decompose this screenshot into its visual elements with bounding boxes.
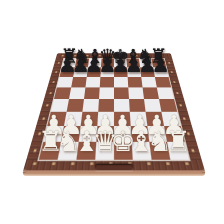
square-f1 [132, 142, 152, 160]
square-h4 [159, 99, 177, 112]
chessboard-3d [22, 53, 205, 173]
square-c7 [87, 67, 101, 77]
chess-set-photo: ♜♞♝♛♚♝♞♜♟♟♟♟♟♟♟♟♟♟♟♟♟♟♟♟♜♞♝♛♚♝♞♜ [0, 0, 224, 224]
square-b4 [67, 99, 84, 112]
square-f8 [126, 59, 140, 68]
chessboard [22, 53, 205, 173]
square-f7 [127, 67, 141, 77]
square-f2 [131, 126, 150, 142]
square-c5 [84, 87, 100, 99]
square-e6 [114, 77, 128, 87]
square-e7 [114, 67, 128, 77]
square-f6 [128, 77, 143, 87]
square-d7 [100, 67, 114, 77]
square-b7 [73, 67, 88, 77]
square-h3 [161, 112, 180, 126]
square-b2 [61, 126, 81, 142]
square-d6 [100, 77, 114, 87]
square-c1 [76, 142, 96, 160]
square-d5 [99, 87, 114, 99]
square-c2 [79, 126, 98, 142]
square-f4 [129, 99, 146, 112]
square-h8 [151, 59, 166, 68]
square-d4 [98, 99, 114, 112]
square-e2 [114, 126, 132, 142]
checkerboard [39, 59, 189, 160]
square-b6 [71, 77, 87, 87]
square-c3 [81, 112, 99, 126]
square-d8 [101, 59, 114, 68]
square-b1 [58, 142, 79, 160]
square-e1 [114, 142, 133, 160]
square-e4 [114, 99, 130, 112]
nameplate [95, 164, 134, 171]
square-d1 [95, 142, 114, 160]
square-c4 [82, 99, 99, 112]
square-e8 [114, 59, 127, 68]
square-h7 [153, 67, 168, 77]
square-h6 [155, 77, 171, 87]
square-e5 [114, 87, 129, 99]
square-b5 [69, 87, 85, 99]
square-d2 [96, 126, 114, 142]
square-b8 [75, 59, 89, 68]
square-c8 [88, 59, 102, 68]
square-f5 [128, 87, 144, 99]
square-b3 [64, 112, 82, 126]
square-e3 [114, 112, 131, 126]
square-h5 [157, 87, 174, 99]
square-d3 [97, 112, 114, 126]
square-c6 [85, 77, 100, 87]
square-f3 [130, 112, 148, 126]
